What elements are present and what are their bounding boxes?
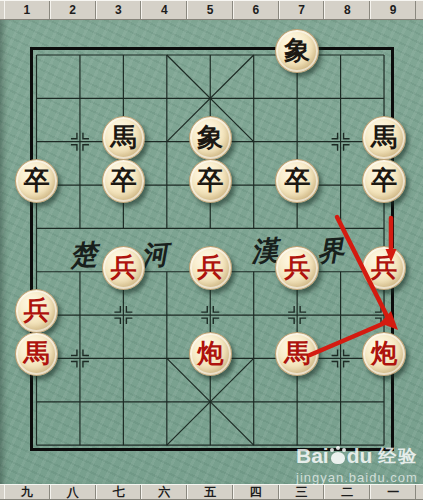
piece-glyph: 馬 xyxy=(24,340,50,366)
board-cell: 卒 xyxy=(275,163,318,206)
board-cell: 兵 xyxy=(189,250,232,293)
board-cell: 卒 xyxy=(102,163,145,206)
piece-red-兵[interactable]: 兵 xyxy=(362,246,405,290)
board-cell: 馬 xyxy=(362,120,405,163)
board-cell: 卒 xyxy=(362,163,405,206)
baidu-logo: Bai du 经验 xyxy=(296,444,418,468)
file-label-top-7: 7 xyxy=(279,1,325,19)
file-label-bottom-6: 四 xyxy=(233,485,279,499)
file-label-top-6: 6 xyxy=(233,1,279,19)
file-label-bottom-3: 七 xyxy=(96,485,142,499)
file-label-bottom-1: 九 xyxy=(4,485,50,499)
file-label-top-5: 5 xyxy=(187,1,233,19)
piece-glyph: 兵 xyxy=(284,254,310,280)
piece-grid: 象馬象馬卒卒卒卒卒兵兵兵兵兵馬炮馬炮 xyxy=(15,33,406,466)
board-cell: 馬 xyxy=(102,120,145,163)
file-label-bottom-9: 一 xyxy=(370,485,416,499)
baidu-paw-icon xyxy=(331,452,345,464)
piece-glyph: 炮 xyxy=(197,340,223,366)
file-label-bottom-4: 六 xyxy=(141,485,187,499)
xiangqi-app-window: 123456789 楚河漢界 象馬象馬卒卒卒卒卒兵兵兵兵兵馬炮馬炮 Bai du… xyxy=(0,0,423,500)
piece-glyph: 兵 xyxy=(197,254,223,280)
piece-glyph: 馬 xyxy=(371,124,397,150)
piece-red-兵[interactable]: 兵 xyxy=(102,246,145,290)
board-cell: 卒 xyxy=(189,163,232,206)
file-label-bottom-5: 五 xyxy=(187,485,233,499)
piece-black-卒[interactable]: 卒 xyxy=(15,159,58,203)
piece-glyph: 象 xyxy=(197,124,223,150)
piece-glyph: 馬 xyxy=(284,340,310,366)
piece-black-卒[interactable]: 卒 xyxy=(362,159,405,203)
piece-glyph: 兵 xyxy=(24,297,50,323)
piece-red-兵[interactable]: 兵 xyxy=(275,246,318,290)
piece-black-卒[interactable]: 卒 xyxy=(102,159,145,203)
board-background: 楚河漢界 象馬象馬卒卒卒卒卒兵兵兵兵兵馬炮馬炮 Bai du 经验 jingya… xyxy=(0,20,423,484)
bottom-file-ruler: 九八七六五四三二一 xyxy=(0,484,423,500)
board-cell: 馬 xyxy=(275,337,318,380)
file-label-bottom-2: 八 xyxy=(50,485,96,499)
piece-glyph: 卒 xyxy=(197,167,223,193)
baidu-logo-text-prefix: Bai xyxy=(296,444,329,468)
piece-glyph: 兵 xyxy=(110,254,136,280)
file-label-top-4: 4 xyxy=(141,1,187,19)
piece-red-兵[interactable]: 兵 xyxy=(189,246,232,290)
board-cell: 兵 xyxy=(275,250,318,293)
piece-glyph: 卒 xyxy=(284,167,310,193)
file-label-bottom-7: 三 xyxy=(279,485,325,499)
piece-red-炮[interactable]: 炮 xyxy=(362,332,405,376)
piece-black-馬[interactable]: 馬 xyxy=(362,116,405,160)
board-cell: 馬 xyxy=(15,337,58,380)
top-file-ruler: 123456789 xyxy=(0,0,423,20)
watermark-url: jingyan.baidu.com xyxy=(296,470,418,485)
baidu-watermark: Bai du 经验 jingyan.baidu.com xyxy=(296,444,418,485)
piece-red-炮[interactable]: 炮 xyxy=(189,332,232,376)
board-cell: 象 xyxy=(275,33,318,76)
board-cell: 兵 xyxy=(15,293,58,336)
file-label-bottom-8: 二 xyxy=(324,485,370,499)
piece-black-象[interactable]: 象 xyxy=(189,116,232,160)
piece-black-卒[interactable]: 卒 xyxy=(189,159,232,203)
board-cell: 兵 xyxy=(362,250,405,293)
piece-glyph: 象 xyxy=(284,37,310,63)
board-cell: 卒 xyxy=(15,163,58,206)
file-label-top-1: 1 xyxy=(4,1,50,19)
board-cell: 炮 xyxy=(189,337,232,380)
piece-red-馬[interactable]: 馬 xyxy=(15,332,58,376)
board-cell: 炮 xyxy=(362,337,405,380)
piece-glyph: 兵 xyxy=(371,254,397,280)
piece-red-馬[interactable]: 馬 xyxy=(275,332,318,376)
file-label-top-9: 9 xyxy=(370,1,416,19)
board-cell: 象 xyxy=(189,120,232,163)
file-label-top-3: 3 xyxy=(96,1,142,19)
piece-glyph: 卒 xyxy=(24,167,50,193)
file-label-top-2: 2 xyxy=(50,1,96,19)
piece-glyph: 馬 xyxy=(110,124,136,150)
piece-glyph: 卒 xyxy=(371,167,397,193)
piece-black-馬[interactable]: 馬 xyxy=(102,116,145,160)
file-label-top-8: 8 xyxy=(324,1,370,19)
piece-glyph: 卒 xyxy=(110,167,136,193)
board-cell: 兵 xyxy=(102,250,145,293)
piece-red-兵[interactable]: 兵 xyxy=(15,289,58,333)
piece-black-象[interactable]: 象 xyxy=(275,29,318,73)
baidu-logo-jingyan-text: 经验 xyxy=(378,444,418,468)
piece-black-卒[interactable]: 卒 xyxy=(275,159,318,203)
piece-glyph: 炮 xyxy=(371,340,397,366)
baidu-logo-text-suffix: du xyxy=(347,444,373,468)
